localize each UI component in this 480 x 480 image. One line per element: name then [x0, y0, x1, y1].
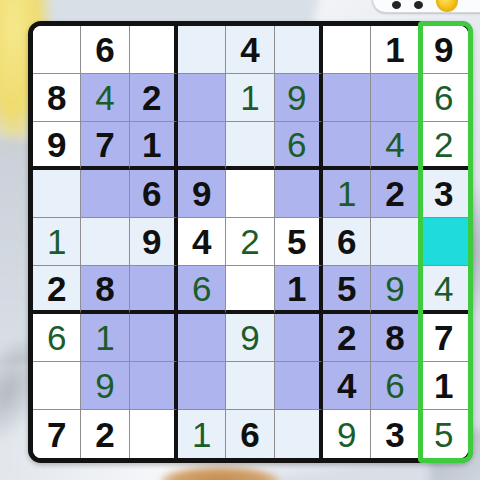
- cell-r6c5[interactable]: [226, 266, 274, 314]
- cell-r3c3[interactable]: 1: [130, 122, 178, 170]
- cell-r7c8[interactable]: 8: [371, 314, 419, 362]
- cell-r6c4[interactable]: 6: [178, 266, 226, 314]
- cell-r1c5[interactable]: 4: [226, 26, 274, 74]
- cell-r3c9[interactable]: 2: [420, 122, 468, 170]
- cell-r6c3[interactable]: [130, 266, 178, 314]
- cell-r4c8[interactable]: 2: [371, 170, 419, 218]
- cell-r7c2[interactable]: 1: [81, 314, 129, 362]
- sudoku-board: 6419842196971642691231942562861594619287…: [28, 21, 473, 463]
- sudoku-board-area: 6419842196971642691231942562861594619287…: [28, 21, 473, 463]
- cell-r2c6[interactable]: 9: [275, 74, 323, 122]
- cell-r6c9[interactable]: 4: [420, 266, 468, 314]
- cell-r3c6[interactable]: 6: [275, 122, 323, 170]
- cell-r8c6[interactable]: [275, 362, 323, 410]
- cell-r9c4[interactable]: 1: [178, 410, 226, 458]
- cell-r3c7[interactable]: [323, 122, 371, 170]
- cell-r4c5[interactable]: [226, 170, 274, 218]
- cell-r3c4[interactable]: [178, 122, 226, 170]
- cell-r9c6[interactable]: [275, 410, 323, 458]
- cell-r5c3[interactable]: 9: [130, 218, 178, 266]
- cell-r7c5[interactable]: 9: [226, 314, 274, 362]
- cell-r5c9[interactable]: [420, 218, 468, 266]
- cell-r6c2[interactable]: 8: [81, 266, 129, 314]
- cell-r2c9[interactable]: 6: [420, 74, 468, 122]
- cell-r1c7[interactable]: [323, 26, 371, 74]
- cell-r7c1[interactable]: 6: [33, 314, 81, 362]
- cell-r2c7[interactable]: [323, 74, 371, 122]
- cell-r7c7[interactable]: 2: [323, 314, 371, 362]
- cell-r5c6[interactable]: 5: [275, 218, 323, 266]
- cell-r3c5[interactable]: [226, 122, 274, 170]
- cell-r5c2[interactable]: [81, 218, 129, 266]
- cell-r8c2[interactable]: 9: [81, 362, 129, 410]
- cell-r4c9[interactable]: 3: [420, 170, 468, 218]
- cell-r2c8[interactable]: [371, 74, 419, 122]
- cell-r8c8[interactable]: 6: [371, 362, 419, 410]
- cell-r5c8[interactable]: [371, 218, 419, 266]
- cell-r9c2[interactable]: 2: [81, 410, 129, 458]
- cell-r5c4[interactable]: 4: [178, 218, 226, 266]
- cell-r6c6[interactable]: 1: [275, 266, 323, 314]
- cell-r4c4[interactable]: 9: [178, 170, 226, 218]
- cell-r4c1[interactable]: [33, 170, 81, 218]
- cell-r8c5[interactable]: [226, 362, 274, 410]
- coin-counter-pill[interactable]: [372, 0, 480, 13]
- cell-r3c2[interactable]: 7: [81, 122, 129, 170]
- cell-r1c4[interactable]: [178, 26, 226, 74]
- cell-r2c2[interactable]: 4: [81, 74, 129, 122]
- cell-r9c9[interactable]: 5: [420, 410, 468, 458]
- cell-r7c4[interactable]: [178, 314, 226, 362]
- cell-r1c3[interactable]: [130, 26, 178, 74]
- cell-r8c9[interactable]: 1: [420, 362, 468, 410]
- cell-r8c3[interactable]: [130, 362, 178, 410]
- cell-r5c7[interactable]: 6: [323, 218, 371, 266]
- cell-r7c3[interactable]: [130, 314, 178, 362]
- cell-r1c2[interactable]: 6: [81, 26, 129, 74]
- cell-r4c2[interactable]: [81, 170, 129, 218]
- cell-r6c8[interactable]: 9: [371, 266, 419, 314]
- cell-r1c6[interactable]: [275, 26, 323, 74]
- cell-r9c8[interactable]: 3: [371, 410, 419, 458]
- cell-r5c1[interactable]: 1: [33, 218, 81, 266]
- cell-r3c8[interactable]: 4: [371, 122, 419, 170]
- cell-r2c3[interactable]: 2: [130, 74, 178, 122]
- cell-r8c7[interactable]: 4: [323, 362, 371, 410]
- cell-r1c1[interactable]: [33, 26, 81, 74]
- coin-count-partial-glyph: [392, 1, 401, 9]
- cell-r4c3[interactable]: 6: [130, 170, 178, 218]
- cell-r1c9[interactable]: 9: [420, 26, 468, 74]
- cell-r8c1[interactable]: [33, 362, 81, 410]
- cell-r4c6[interactable]: [275, 170, 323, 218]
- coin-count-partial-glyph: [414, 1, 423, 9]
- cell-r4c7[interactable]: 1: [323, 170, 371, 218]
- cell-r2c5[interactable]: 1: [226, 74, 274, 122]
- cell-r2c1[interactable]: 8: [33, 74, 81, 122]
- cell-r3c1[interactable]: 9: [33, 122, 81, 170]
- cell-r7c6[interactable]: [275, 314, 323, 362]
- cell-r9c7[interactable]: 9: [323, 410, 371, 458]
- cell-r6c7[interactable]: 5: [323, 266, 371, 314]
- cell-r1c8[interactable]: 1: [371, 26, 419, 74]
- cell-r2c4[interactable]: [178, 74, 226, 122]
- cell-r7c9[interactable]: 7: [420, 314, 468, 362]
- cell-r9c5[interactable]: 6: [226, 410, 274, 458]
- cell-r9c1[interactable]: 7: [33, 410, 81, 458]
- cell-r6c1[interactable]: 2: [33, 266, 81, 314]
- wooden-pencil-background: [160, 466, 280, 480]
- coin-icon: [436, 0, 458, 12]
- cell-r9c3[interactable]: [130, 410, 178, 458]
- cell-r8c4[interactable]: [178, 362, 226, 410]
- cell-r5c5[interactable]: 2: [226, 218, 274, 266]
